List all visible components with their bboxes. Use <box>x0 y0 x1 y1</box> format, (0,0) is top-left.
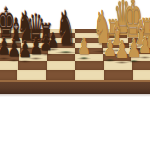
chess-set-photo: ♚♝♞♛♜♟♟♟♟♟♟♞♟♞♝♜♛♚♝♜♟♟♟♟♟ <box>0 0 150 150</box>
dark-p-glyph: ♟ <box>18 39 32 61</box>
dark-n-glyph: ♞ <box>56 5 76 52</box>
pieces-layer: ♚♝♞♛♜♟♟♟♟♟♟♞♟♞♝♜♛♚♝♜♟♟♟♟♟ <box>0 0 150 150</box>
light-p-glyph: ♟ <box>115 37 129 62</box>
chess-piece-dark-p: ♟ <box>18 45 32 61</box>
chess-piece-dark-n: ♞ <box>55 28 77 52</box>
chess-piece-light-p: ♟ <box>77 42 91 58</box>
chess-piece-light-p: ♟ <box>114 45 129 62</box>
light-p-glyph: ♟ <box>77 36 91 58</box>
